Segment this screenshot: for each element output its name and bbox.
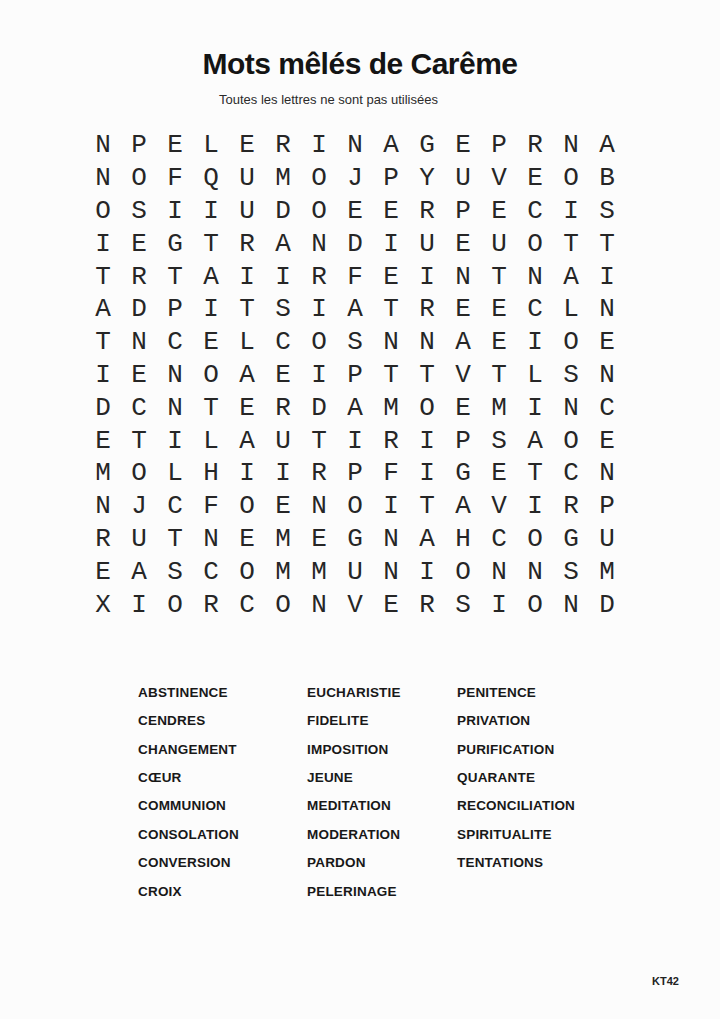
- grid-cell: C: [157, 490, 193, 523]
- grid-cell: S: [121, 195, 157, 228]
- word-list-item: QUARANTE: [457, 763, 575, 791]
- word-list-item: MODERATION: [307, 820, 401, 848]
- grid-cell: A: [85, 293, 121, 326]
- word-list-item: IMPOSITION: [307, 735, 401, 763]
- grid-cell: C: [517, 195, 553, 228]
- puzzle-page: Mots mêlés de Carême Toutes les lettres …: [0, 0, 720, 1019]
- grid-cell: E: [85, 555, 121, 588]
- grid-cell: T: [121, 424, 157, 457]
- grid-cell: S: [445, 588, 481, 621]
- grid-cell: U: [481, 227, 517, 260]
- grid-cell: O: [157, 588, 193, 621]
- grid-cell: M: [301, 555, 337, 588]
- grid-cell: U: [337, 555, 373, 588]
- grid-cell: I: [589, 260, 625, 293]
- grid-cell: A: [265, 227, 301, 260]
- grid-cell: O: [445, 555, 481, 588]
- grid-cell: T: [373, 293, 409, 326]
- grid-cell: N: [481, 555, 517, 588]
- grid-cell: I: [193, 195, 229, 228]
- grid-cell: M: [265, 555, 301, 588]
- grid-cell: T: [85, 260, 121, 293]
- grid-cell: N: [85, 490, 121, 523]
- word-list-item: ABSTINENCE: [138, 678, 239, 706]
- word-list-item: CHANGEMENT: [138, 735, 239, 763]
- grid-cell: P: [589, 490, 625, 523]
- grid-cell: A: [193, 260, 229, 293]
- grid-cell: V: [337, 588, 373, 621]
- word-list-column-3: PENITENCEPRIVATIONPURIFICATIONQUARANTERE…: [457, 678, 575, 877]
- grid-cell: I: [337, 424, 373, 457]
- grid-cell: M: [265, 162, 301, 195]
- grid-cell: I: [517, 326, 553, 359]
- word-list-item: CENDRES: [138, 706, 239, 734]
- grid-cell: R: [517, 129, 553, 162]
- grid-cell: R: [121, 260, 157, 293]
- grid-cell: I: [265, 260, 301, 293]
- grid-cell: I: [157, 424, 193, 457]
- grid-cell: N: [301, 490, 337, 523]
- grid-cell: F: [157, 162, 193, 195]
- grid-cell: O: [229, 555, 265, 588]
- puzzle-instructions: Toutes les lettres ne sont pas utilisées: [219, 92, 438, 107]
- grid-cell: N: [589, 359, 625, 392]
- grid-cell: P: [121, 129, 157, 162]
- grid-cell: U: [445, 162, 481, 195]
- grid-cell: I: [301, 129, 337, 162]
- grid-cell: N: [157, 359, 193, 392]
- grid-cell: O: [553, 326, 589, 359]
- grid-cell: P: [337, 359, 373, 392]
- word-list-column-1: ABSTINENCECENDRESCHANGEMENTCŒURCOMMUNION…: [138, 678, 239, 906]
- grid-cell: T: [157, 523, 193, 556]
- grid-cell: O: [265, 588, 301, 621]
- grid-cell: S: [553, 555, 589, 588]
- grid-cell: G: [445, 457, 481, 490]
- word-list-item: CŒUR: [138, 763, 239, 791]
- grid-cell: S: [589, 195, 625, 228]
- grid-cell: N: [337, 129, 373, 162]
- grid-cell: A: [445, 326, 481, 359]
- grid-cell: I: [301, 359, 337, 392]
- grid-cell: E: [85, 424, 121, 457]
- grid-cell: B: [589, 162, 625, 195]
- grid-cell: J: [121, 490, 157, 523]
- grid-cell: I: [265, 457, 301, 490]
- grid-cell: R: [265, 129, 301, 162]
- grid-cell: D: [301, 391, 337, 424]
- grid-cell: E: [373, 260, 409, 293]
- grid-cell: X: [85, 588, 121, 621]
- grid-cell: O: [121, 457, 157, 490]
- grid-cell: R: [409, 293, 445, 326]
- grid-cell: T: [229, 293, 265, 326]
- grid-cell: E: [445, 129, 481, 162]
- word-list-item: SPIRITUALITE: [457, 820, 575, 848]
- grid-cell: O: [121, 162, 157, 195]
- grid-cell: R: [229, 227, 265, 260]
- grid-cell: R: [85, 523, 121, 556]
- grid-cell: C: [589, 391, 625, 424]
- grid-cell: N: [121, 326, 157, 359]
- grid-cell: S: [481, 424, 517, 457]
- grid-cell: T: [517, 457, 553, 490]
- grid-cell: C: [517, 293, 553, 326]
- grid-cell: O: [301, 195, 337, 228]
- grid-cell: R: [409, 588, 445, 621]
- grid-cell: I: [373, 227, 409, 260]
- word-search-grid: NPELERINAGEPRNANOFQUMOJPYUVEOBOSIIUDOEER…: [85, 129, 625, 621]
- grid-cell: S: [337, 326, 373, 359]
- grid-cell: A: [229, 424, 265, 457]
- word-list-item: TENTATIONS: [457, 849, 575, 877]
- grid-cell: U: [265, 424, 301, 457]
- grid-cell: I: [481, 588, 517, 621]
- grid-cell: M: [373, 391, 409, 424]
- grid-cell: U: [589, 523, 625, 556]
- grid-cell: N: [517, 555, 553, 588]
- grid-cell: D: [85, 391, 121, 424]
- word-list-item: COMMUNION: [138, 792, 239, 820]
- grid-cell: I: [229, 457, 265, 490]
- grid-cell: E: [265, 490, 301, 523]
- grid-cell: P: [373, 162, 409, 195]
- grid-cell: S: [157, 555, 193, 588]
- grid-cell: E: [337, 195, 373, 228]
- grid-cell: T: [301, 424, 337, 457]
- grid-cell: N: [85, 162, 121, 195]
- grid-cell: R: [301, 457, 337, 490]
- grid-cell: O: [517, 588, 553, 621]
- grid-cell: R: [553, 490, 589, 523]
- word-list-column-2: EUCHARISTIEFIDELITEIMPOSITIONJEUNEMEDITA…: [307, 678, 401, 906]
- grid-cell: T: [193, 227, 229, 260]
- grid-cell: N: [301, 227, 337, 260]
- grid-cell: N: [373, 326, 409, 359]
- grid-cell: L: [193, 129, 229, 162]
- grid-cell: I: [409, 424, 445, 457]
- grid-cell: M: [481, 391, 517, 424]
- word-list-item: JEUNE: [307, 763, 401, 791]
- grid-cell: O: [301, 326, 337, 359]
- grid-cell: I: [373, 490, 409, 523]
- grid-cell: I: [229, 260, 265, 293]
- grid-cell: O: [193, 359, 229, 392]
- grid-cell: E: [445, 227, 481, 260]
- grid-cell: E: [517, 162, 553, 195]
- grid-cell: N: [193, 523, 229, 556]
- grid-cell: E: [481, 195, 517, 228]
- grid-cell: T: [481, 260, 517, 293]
- grid-cell: H: [193, 457, 229, 490]
- grid-cell: N: [517, 260, 553, 293]
- grid-cell: E: [445, 293, 481, 326]
- grid-cell: A: [409, 523, 445, 556]
- grid-cell: O: [337, 490, 373, 523]
- grid-cell: R: [265, 391, 301, 424]
- word-list-item: PURIFICATION: [457, 735, 575, 763]
- grid-cell: E: [481, 293, 517, 326]
- grid-cell: D: [265, 195, 301, 228]
- grid-cell: E: [481, 457, 517, 490]
- grid-cell: H: [445, 523, 481, 556]
- grid-cell: C: [193, 555, 229, 588]
- grid-cell: A: [517, 424, 553, 457]
- word-list-item: EUCHARISTIE: [307, 678, 401, 706]
- grid-cell: O: [229, 490, 265, 523]
- grid-cell: E: [193, 326, 229, 359]
- grid-cell: P: [481, 129, 517, 162]
- grid-cell: T: [481, 359, 517, 392]
- grid-cell: O: [301, 162, 337, 195]
- grid-cell: C: [229, 588, 265, 621]
- grid-cell: A: [337, 391, 373, 424]
- grid-cell: N: [589, 293, 625, 326]
- grid-cell: F: [193, 490, 229, 523]
- grid-cell: M: [589, 555, 625, 588]
- grid-cell: T: [589, 227, 625, 260]
- grid-cell: M: [85, 457, 121, 490]
- word-list-item: CONVERSION: [138, 849, 239, 877]
- grid-cell: E: [445, 391, 481, 424]
- grid-cell: L: [553, 293, 589, 326]
- grid-cell: E: [157, 129, 193, 162]
- word-list-item: MEDITATION: [307, 792, 401, 820]
- grid-cell: I: [517, 490, 553, 523]
- grid-cell: P: [337, 457, 373, 490]
- grid-cell: R: [193, 588, 229, 621]
- word-list-item: RECONCILIATION: [457, 792, 575, 820]
- grid-cell: U: [121, 523, 157, 556]
- grid-cell: O: [517, 523, 553, 556]
- grid-cell: I: [85, 227, 121, 260]
- grid-cell: E: [229, 523, 265, 556]
- grid-cell: L: [193, 424, 229, 457]
- grid-cell: O: [553, 162, 589, 195]
- grid-cell: I: [121, 588, 157, 621]
- grid-cell: I: [409, 555, 445, 588]
- grid-cell: N: [553, 391, 589, 424]
- grid-cell: L: [517, 359, 553, 392]
- grid-cell: T: [157, 260, 193, 293]
- grid-cell: P: [157, 293, 193, 326]
- grid-cell: A: [121, 555, 157, 588]
- grid-cell: E: [121, 227, 157, 260]
- grid-cell: A: [373, 129, 409, 162]
- grid-cell: R: [373, 424, 409, 457]
- grid-cell: V: [481, 162, 517, 195]
- grid-cell: I: [409, 260, 445, 293]
- grid-cell: S: [553, 359, 589, 392]
- grid-cell: T: [193, 391, 229, 424]
- grid-cell: N: [589, 457, 625, 490]
- grid-cell: F: [373, 457, 409, 490]
- grid-cell: O: [409, 391, 445, 424]
- grid-cell: T: [409, 359, 445, 392]
- grid-cell: O: [517, 227, 553, 260]
- grid-cell: A: [337, 293, 373, 326]
- grid-cell: T: [409, 490, 445, 523]
- grid-cell: M: [265, 523, 301, 556]
- grid-cell: D: [589, 588, 625, 621]
- grid-cell: N: [445, 260, 481, 293]
- grid-cell: N: [553, 129, 589, 162]
- grid-cell: J: [337, 162, 373, 195]
- grid-cell: R: [301, 260, 337, 293]
- grid-cell: Y: [409, 162, 445, 195]
- grid-cell: T: [553, 227, 589, 260]
- grid-cell: I: [157, 195, 193, 228]
- grid-cell: G: [409, 129, 445, 162]
- grid-cell: T: [373, 359, 409, 392]
- grid-cell: A: [229, 359, 265, 392]
- footer-credit: KT42: [652, 975, 679, 987]
- grid-cell: O: [553, 424, 589, 457]
- grid-cell: C: [553, 457, 589, 490]
- grid-cell: C: [265, 326, 301, 359]
- grid-cell: E: [229, 129, 265, 162]
- puzzle-title: Mots mêlés de Carême: [0, 47, 720, 81]
- word-list-item: FIDELITE: [307, 706, 401, 734]
- grid-cell: I: [409, 457, 445, 490]
- grid-cell: E: [373, 195, 409, 228]
- grid-cell: L: [229, 326, 265, 359]
- grid-cell: N: [373, 555, 409, 588]
- grid-cell: S: [265, 293, 301, 326]
- grid-cell: U: [229, 195, 265, 228]
- grid-cell: G: [553, 523, 589, 556]
- grid-cell: C: [481, 523, 517, 556]
- grid-cell: N: [373, 523, 409, 556]
- grid-cell: E: [121, 359, 157, 392]
- grid-cell: E: [229, 391, 265, 424]
- grid-cell: N: [301, 588, 337, 621]
- grid-cell: I: [85, 359, 121, 392]
- grid-cell: L: [157, 457, 193, 490]
- grid-cell: Q: [193, 162, 229, 195]
- grid-cell: C: [157, 326, 193, 359]
- grid-cell: P: [445, 424, 481, 457]
- grid-cell: F: [337, 260, 373, 293]
- grid-cell: O: [85, 195, 121, 228]
- grid-cell: E: [589, 424, 625, 457]
- grid-cell: E: [265, 359, 301, 392]
- grid-cell: G: [337, 523, 373, 556]
- grid-cell: N: [85, 129, 121, 162]
- grid-cell: I: [193, 293, 229, 326]
- grid-cell: E: [481, 326, 517, 359]
- grid-cell: I: [301, 293, 337, 326]
- word-list-item: PELERINAGE: [307, 877, 401, 905]
- grid-cell: D: [337, 227, 373, 260]
- word-list-item: CROIX: [138, 877, 239, 905]
- grid-cell: A: [589, 129, 625, 162]
- grid-cell: E: [589, 326, 625, 359]
- grid-cell: I: [553, 195, 589, 228]
- grid-cell: E: [301, 523, 337, 556]
- word-list-item: CONSOLATION: [138, 820, 239, 848]
- grid-cell: U: [409, 227, 445, 260]
- grid-cell: E: [373, 588, 409, 621]
- grid-cell: D: [121, 293, 157, 326]
- grid-cell: A: [553, 260, 589, 293]
- word-list-item: PENITENCE: [457, 678, 575, 706]
- grid-cell: I: [517, 391, 553, 424]
- grid-cell: U: [229, 162, 265, 195]
- grid-cell: C: [121, 391, 157, 424]
- grid-cell: G: [157, 227, 193, 260]
- grid-cell: V: [481, 490, 517, 523]
- grid-cell: A: [445, 490, 481, 523]
- grid-cell: N: [553, 588, 589, 621]
- word-list-item: PARDON: [307, 849, 401, 877]
- word-list-item: PRIVATION: [457, 706, 575, 734]
- grid-cell: V: [445, 359, 481, 392]
- grid-cell: N: [409, 326, 445, 359]
- grid-cell: N: [157, 391, 193, 424]
- grid-cell: R: [409, 195, 445, 228]
- grid-cell: T: [85, 326, 121, 359]
- grid-cell: P: [445, 195, 481, 228]
